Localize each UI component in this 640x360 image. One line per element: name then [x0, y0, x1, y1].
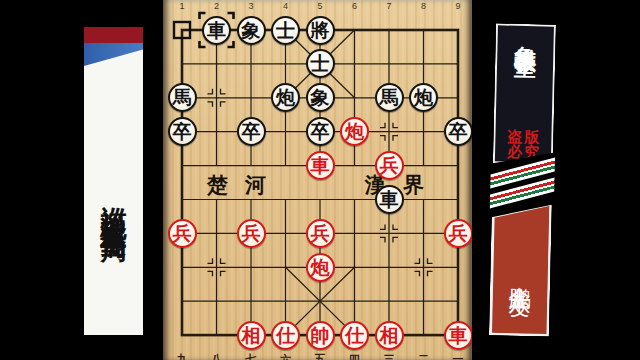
- piece-black-象[interactable]: 象: [306, 83, 335, 112]
- xiangqi-board[interactable]: 楚河 漢界 123456789九八七六五四三二一 車象士將士馬炮象馬炮卒卒卒炮卒…: [163, 0, 472, 360]
- file-label-bottom: 九: [177, 352, 188, 360]
- left-title-banner: 巡河炮破左单提马局: [84, 27, 143, 335]
- piece-red-兵[interactable]: 兵: [237, 219, 266, 248]
- file-label-bottom: 一: [453, 352, 464, 360]
- file-label-top: 5: [317, 1, 322, 11]
- file-label-bottom: 七: [246, 352, 257, 360]
- file-label-top: 3: [248, 1, 253, 11]
- piece-red-仕[interactable]: 仕: [340, 321, 369, 350]
- piece-red-相[interactable]: 相: [375, 321, 404, 350]
- river-label-chu-he: 楚河: [199, 171, 283, 199]
- warning-char: 必: [507, 145, 522, 160]
- warning-char: 版: [524, 130, 539, 145]
- piece-red-兵[interactable]: 兵: [306, 219, 335, 248]
- piece-black-卒[interactable]: 卒: [237, 117, 266, 146]
- file-label-top: 8: [421, 1, 426, 11]
- file-label-top: 1: [179, 1, 184, 11]
- piece-black-車[interactable]: 車: [375, 185, 404, 214]
- file-label-bottom: 五: [315, 352, 326, 360]
- piece-black-馬[interactable]: 馬: [168, 83, 197, 112]
- file-label-top: 6: [352, 1, 357, 11]
- channel-name-card: 象棋教室 盗 版 必 究: [493, 23, 556, 164]
- piece-red-相[interactable]: 相: [237, 321, 266, 350]
- warning-char: 究: [524, 145, 539, 160]
- piece-black-將[interactable]: 將: [306, 16, 335, 45]
- piece-red-車[interactable]: 車: [444, 321, 473, 350]
- piece-red-兵[interactable]: 兵: [375, 151, 404, 180]
- warning-char: 盗: [507, 130, 522, 145]
- piece-red-炮[interactable]: 炮: [306, 253, 335, 282]
- piece-black-士[interactable]: 士: [271, 16, 300, 45]
- piece-black-馬[interactable]: 馬: [375, 83, 404, 112]
- series-name-card: 金鹏十八变: [489, 201, 552, 336]
- piece-black-象[interactable]: 象: [237, 16, 266, 45]
- file-label-bottom: 八: [211, 352, 222, 360]
- file-label-top: 7: [386, 1, 391, 11]
- series-card-inner: 金鹏十八变: [491, 204, 549, 334]
- file-label-bottom: 二: [418, 352, 429, 360]
- piece-black-車[interactable]: 車: [202, 16, 231, 45]
- piece-red-兵[interactable]: 兵: [168, 219, 197, 248]
- piece-red-仕[interactable]: 仕: [271, 321, 300, 350]
- piece-black-卒[interactable]: 卒: [168, 117, 197, 146]
- banner-blue-band: [84, 43, 143, 66]
- piece-red-炮[interactable]: 炮: [340, 117, 369, 146]
- series-title: 金鹏十八变: [505, 269, 535, 280]
- lesson-title: 巡河炮破左单提马局: [96, 69, 131, 335]
- piracy-warning: 盗 版 必 究: [507, 130, 540, 161]
- file-label-top: 2: [214, 1, 219, 11]
- right-channel-banner: 象棋教室 盗 版 必 究 金鹏十八变: [489, 23, 556, 336]
- piece-black-卒[interactable]: 卒: [444, 117, 473, 146]
- channel-title: 象棋教室: [509, 28, 541, 131]
- piece-black-士[interactable]: 士: [306, 49, 335, 78]
- piece-red-車[interactable]: 車: [306, 151, 335, 180]
- piece-red-兵[interactable]: 兵: [444, 219, 473, 248]
- file-label-bottom: 六: [280, 352, 291, 360]
- file-label-top: 9: [455, 1, 460, 11]
- piece-black-卒[interactable]: 卒: [306, 117, 335, 146]
- file-label-bottom: 四: [349, 352, 360, 360]
- file-label-top: 4: [283, 1, 288, 11]
- file-label-bottom: 三: [384, 352, 395, 360]
- banner-red-band: [84, 27, 143, 43]
- piece-red-帥[interactable]: 帥: [306, 321, 335, 350]
